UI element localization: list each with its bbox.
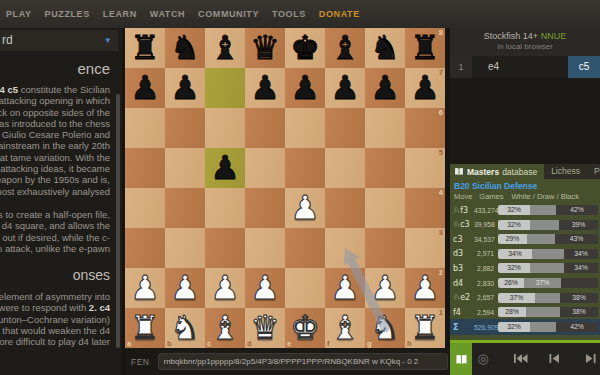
square-d2[interactable]: ♟ <box>245 268 285 308</box>
white-pawn-f2[interactable]: ♟ <box>325 268 365 308</box>
paragraph-2: seeks to create a half-open file,rtant d… <box>0 209 110 254</box>
explorer-move: ♘e2 <box>453 293 474 302</box>
opening-name[interactable]: B20 Sicilian Defense <box>450 179 600 192</box>
rank-label-4: 4 <box>439 188 443 197</box>
black-pawn-d7[interactable]: ♟ <box>245 68 285 108</box>
square-g3[interactable] <box>365 228 405 268</box>
explorer-move: d4 <box>453 279 474 288</box>
result-segment: 26% <box>498 278 524 288</box>
square-e6[interactable] <box>285 108 325 148</box>
paragraph-1: e4 c5 constitute the Sicilianer-attackin… <box>0 84 110 197</box>
file-label-a: a <box>127 339 131 348</box>
result-segment <box>530 322 556 332</box>
square-f6[interactable] <box>325 108 365 148</box>
file-label-c: c <box>207 339 211 348</box>
result-segment <box>561 278 598 288</box>
explorer-row-♘c3[interactable]: ♘c339,95832%39% <box>450 218 600 233</box>
square-b3[interactable] <box>165 228 205 268</box>
square-h3[interactable]: 3 <box>405 228 445 268</box>
result-bar: 37%38% <box>498 293 598 303</box>
square-f1[interactable]: ♝f <box>325 308 365 348</box>
square-b6[interactable] <box>165 108 205 148</box>
result-segment: 38% <box>560 307 598 317</box>
sidebar-scrollbar[interactable] <box>116 94 120 348</box>
square-e7[interactable]: ♟ <box>285 68 325 108</box>
rank-label-6: 6 <box>439 108 443 117</box>
explorer-tabs: Masters database Lichess Player <box>450 164 600 179</box>
previous-move-button[interactable] <box>549 353 560 364</box>
sidebar-text-line: from attack, unlike the e-pawn <box>0 243 110 254</box>
col-result: White / Draw / Black <box>512 192 580 201</box>
move-black-c5-current[interactable]: c5 <box>568 56 600 78</box>
square-h7[interactable]: ♟7 <box>405 68 445 108</box>
result-bar: 32%42% <box>498 205 598 215</box>
explorer-columns: MoveGamesWhite / Draw / Black <box>450 192 600 203</box>
sidebar-text-line: rtant d4 square, and allows the <box>0 220 110 231</box>
sidebar-text-line: it more difficult to play d4 later <box>0 336 110 347</box>
file-label-b: b <box>167 339 172 348</box>
result-segment: 32% <box>498 220 530 230</box>
explorer-total-row[interactable]: Σ526,90932%42% <box>450 319 600 335</box>
result-segment: 37% <box>524 278 561 288</box>
explorer-games: 2,882 <box>474 265 494 272</box>
square-f7[interactable]: ♟ <box>325 68 365 108</box>
explorer-move: ♘f3 <box>453 206 474 215</box>
top-nav: PLAY PUZZLES LEARN WATCH COMMUNITY TOOLS… <box>0 0 600 28</box>
white-bishop-f1[interactable]: ♝ <box>325 308 365 348</box>
file-label-e: e <box>287 339 291 348</box>
square-a1[interactable]: ♜a <box>125 308 165 348</box>
explorer-row-♘e2[interactable]: ♘e22,65737%38% <box>450 290 600 305</box>
square-d3[interactable] <box>245 228 285 268</box>
result-bar: 32%39% <box>498 220 598 230</box>
square-b4[interactable] <box>165 188 205 228</box>
square-d4[interactable] <box>245 188 285 228</box>
result-segment: 32% <box>498 263 530 273</box>
square-d7[interactable]: ♟ <box>245 68 285 108</box>
black-bishop-c8[interactable]: ♝ <box>205 28 245 68</box>
explorer-move: b3 <box>453 264 474 273</box>
rank-label-7: 7 <box>439 68 443 77</box>
nav-puzzles[interactable]: PUZZLES <box>45 9 90 19</box>
square-e2[interactable] <box>285 268 325 308</box>
sidebar-text-line: an element of asymmetry into <box>0 291 110 302</box>
result-segment <box>530 220 559 230</box>
square-c1[interactable]: ♝c <box>205 308 245 348</box>
square-b1[interactable]: ♞b <box>165 308 205 348</box>
black-rook-a8[interactable]: ♜ <box>125 28 165 68</box>
chess-board: ♜♞♝♛♚♝♞♜8♟♟♟♟♟♟♟76♟5♟43♟♟♟♟♟♟♟2♜a♞b♝c♛d♚… <box>125 28 445 348</box>
sidebar-text-line: seeks to create a half-open file, <box>0 209 110 220</box>
engine-header[interactable]: Stockfish 14+ NNUE in local browser <box>450 28 600 56</box>
square-g8[interactable]: ♞ <box>365 28 405 68</box>
rank-label-8: 8 <box>439 28 443 37</box>
opening-description: ence e4 c5 constitute the Sicilianer-att… <box>0 60 112 375</box>
explorer-toggle-button[interactable] <box>450 343 472 375</box>
col-move: Move <box>454 192 472 201</box>
square-b8[interactable]: ♞ <box>165 28 205 68</box>
black-pawn-f7[interactable]: ♟ <box>325 68 365 108</box>
black-pawn-b7[interactable]: ♟ <box>165 68 205 108</box>
explorer-move: d3 <box>453 249 474 258</box>
result-bar: 29%43% <box>498 234 598 244</box>
black-pawn-c5[interactable]: ♟ <box>205 148 245 188</box>
move-white-e4[interactable]: e4 <box>472 56 568 78</box>
sidebar-text-line: n was introduced to the chess <box>0 118 110 129</box>
sidebar-text-line: nture out if desired, while the c- <box>0 232 110 243</box>
nav-community[interactable]: COMMUNITY <box>198 9 259 19</box>
white-pawn-g2[interactable]: ♟ <box>365 268 405 308</box>
white-pawn-e4[interactable]: ♟ <box>285 188 325 228</box>
result-segment <box>532 249 564 259</box>
book-icon <box>454 167 464 176</box>
square-b5[interactable] <box>165 148 205 188</box>
file-label-d: d <box>247 339 252 348</box>
explorer-games: 433,274 <box>474 207 494 214</box>
result-segment <box>530 263 564 273</box>
tab-player[interactable]: Player <box>587 164 600 179</box>
result-segment: 34% <box>564 249 598 259</box>
white-pawn-b2[interactable]: ♟ <box>165 268 205 308</box>
sidebar-text-line: attacking ideas, it became <box>0 163 110 174</box>
square-a6[interactable] <box>125 108 165 148</box>
result-bar: 28%38% <box>498 307 598 317</box>
square-b7[interactable]: ♟ <box>165 68 205 108</box>
result-segment: 42% <box>556 322 598 332</box>
first-move-button[interactable] <box>514 353 528 364</box>
square-f8[interactable]: ♝ <box>325 28 365 68</box>
square-c7[interactable] <box>205 68 245 108</box>
opening-heading: ence <box>77 60 110 77</box>
explorer-games: 526,909 <box>474 324 494 331</box>
black-knight-b8[interactable]: ♞ <box>165 28 205 68</box>
sidebar-text-line: ttack on opposite sides of the <box>0 107 110 118</box>
sidebar-text-line: Staunton–Cochrane variation) <box>0 314 110 325</box>
square-c5[interactable]: ♟ <box>205 148 245 188</box>
square-c8[interactable]: ♝ <box>205 28 245 68</box>
black-king-e8[interactable]: ♚ <box>285 28 325 68</box>
square-g4[interactable] <box>365 188 405 228</box>
settings-icon[interactable]: ◎ <box>475 343 491 375</box>
square-a8[interactable]: ♜ <box>125 28 165 68</box>
square-h2[interactable]: ♟2 <box>405 268 445 308</box>
white-pawn-c2[interactable]: ♟ <box>205 268 245 308</box>
square-f3[interactable] <box>325 228 365 268</box>
explorer-row-♘f3[interactable]: ♘f3433,27432%42% <box>450 203 600 218</box>
square-e1[interactable]: ♚e <box>285 308 325 348</box>
white-pawn-a2[interactable]: ♟ <box>125 268 165 308</box>
square-g6[interactable] <box>365 108 405 148</box>
rank-label-1: 1 <box>439 308 443 317</box>
tab-database-label: database <box>502 167 537 177</box>
sidebar-text-line: ewhat tame variation. With the <box>0 152 110 163</box>
tab-masters-label: Masters <box>467 167 499 177</box>
square-g5[interactable] <box>365 148 405 188</box>
nav-watch[interactable]: WATCH <box>150 9 185 19</box>
square-f5[interactable] <box>325 148 365 188</box>
fen-bar: FEN <box>125 348 450 375</box>
file-label-h: h <box>407 339 412 348</box>
square-h4[interactable]: 4 <box>405 188 445 228</box>
result-segment: 39% <box>559 220 598 230</box>
sidebar-text-line: mainstream in the early 20th <box>0 140 110 151</box>
sidebar-text-line: the most exhaustively analysed <box>0 186 110 197</box>
fen-label: FEN <box>131 357 150 367</box>
engine-location: in local browser <box>450 42 600 51</box>
square-a5[interactable] <box>125 148 165 188</box>
nav-play[interactable]: PLAY <box>6 9 32 19</box>
result-bar: 32%42% <box>498 322 598 332</box>
result-segment: 43% <box>555 234 598 244</box>
result-segment: 34% <box>498 249 532 259</box>
square-c6[interactable] <box>205 108 245 148</box>
explorer-move: ♘c3 <box>453 220 474 229</box>
book-icon <box>455 354 468 365</box>
sidebar-text-line: er-attacking opening in which <box>0 95 110 106</box>
explorer-games: 2,594 <box>474 309 494 316</box>
nnue-badge: NNUE <box>541 31 567 41</box>
tab-masters-database[interactable]: Masters database <box>450 164 544 179</box>
tab-lichess[interactable]: Lichess <box>544 164 587 179</box>
result-segment <box>527 234 555 244</box>
square-h6[interactable]: 6 <box>405 108 445 148</box>
explorer-games: 2,971 <box>474 250 494 257</box>
result-segment: 42% <box>556 205 598 215</box>
result-segment: 34% <box>564 263 598 273</box>
next-move-button[interactable] <box>585 353 596 364</box>
opening-sidebar: rd ▾ ence e4 c5 constitute the Siciliane… <box>0 28 122 375</box>
fen-input[interactable] <box>158 353 449 370</box>
black-knight-g8[interactable]: ♞ <box>365 28 405 68</box>
black-pawn-a7[interactable]: ♟ <box>125 68 165 108</box>
sidebar-dropdown-label: rd <box>0 33 13 47</box>
analysis-panel: Stockfish 14+ NNUE in local browser 1 e4… <box>450 28 600 375</box>
square-g7[interactable]: ♟ <box>365 68 405 108</box>
result-segment: 28% <box>498 307 526 317</box>
result-segment <box>535 293 560 303</box>
explorer-games: 2,657 <box>474 294 494 301</box>
square-h5[interactable]: 5 <box>405 148 445 188</box>
square-e3[interactable] <box>285 228 325 268</box>
black-queen-d8[interactable]: ♛ <box>245 28 285 68</box>
square-e5[interactable] <box>285 148 325 188</box>
sidebar-text-line: ite were to respond with 2. c4 <box>0 302 110 313</box>
square-c2[interactable]: ♟ <box>205 268 245 308</box>
square-h8[interactable]: ♜8 <box>405 28 445 68</box>
explorer-row-b3[interactable]: b32,88232%34% <box>450 261 600 276</box>
explorer-row-d4[interactable]: d42,83026%37% <box>450 276 600 291</box>
sidebar-text-line: ove, that would weaken the d4 <box>0 325 110 336</box>
square-e8[interactable]: ♚ <box>285 28 325 68</box>
square-h1[interactable]: ♜1h <box>405 308 445 348</box>
rank-label-2: 2 <box>439 268 443 277</box>
rank-label-3: 3 <box>439 228 443 237</box>
square-c3[interactable] <box>205 228 245 268</box>
explorer-move: c3 <box>453 235 474 244</box>
result-segment: 29% <box>498 234 527 244</box>
engine-name: Stockfish 14+ NNUE <box>450 31 600 41</box>
file-label-f: f <box>327 339 330 348</box>
square-a4[interactable] <box>125 188 165 228</box>
square-f2[interactable]: ♟ <box>325 268 365 308</box>
move-number: 1 <box>450 56 472 78</box>
explorer-games: 39,958 <box>474 221 494 228</box>
square-d8[interactable]: ♛ <box>245 28 285 68</box>
rank-label-5: 5 <box>439 148 443 157</box>
explorer-games: 2,830 <box>474 280 494 287</box>
sidebar-text-line: d weapon by the 1950s and is, <box>0 174 110 185</box>
square-a2[interactable]: ♟ <box>125 268 165 308</box>
square-a3[interactable] <box>125 228 165 268</box>
result-bar: 34%34% <box>498 249 598 259</box>
sidebar-text-line: e4 c5 constitute the Sicilian <box>0 84 110 95</box>
black-pawn-e7[interactable]: ♟ <box>285 68 325 108</box>
move-list: 1 e4 c5 <box>450 56 600 78</box>
square-f4[interactable] <box>325 188 365 228</box>
white-pawn-d2[interactable]: ♟ <box>245 268 285 308</box>
paragraph-3: an element of asymmetry intoite were to … <box>0 291 110 347</box>
result-segment <box>530 205 556 215</box>
opening-explorer: Masters database Lichess Player B20 Sici… <box>450 164 600 343</box>
col-games: Games <box>479 192 503 201</box>
square-d6[interactable] <box>245 108 285 148</box>
sidebar-dropdown[interactable]: rd ▾ <box>0 30 118 51</box>
square-g2[interactable]: ♟ <box>365 268 405 308</box>
explorer-games: 34,537 <box>474 236 494 243</box>
result-segment: 32% <box>498 205 530 215</box>
explorer-row-c3[interactable]: c334,53729%43% <box>450 232 600 247</box>
file-label-g: g <box>367 339 372 348</box>
black-bishop-f8[interactable]: ♝ <box>325 28 365 68</box>
result-bar: 32%34% <box>498 263 598 273</box>
square-c4[interactable] <box>205 188 245 228</box>
square-d5[interactable] <box>245 148 285 188</box>
result-segment: 37% <box>498 293 535 303</box>
explorer-row-d3[interactable]: d32,97134%34% <box>450 247 600 262</box>
square-d1[interactable]: ♛d <box>245 308 285 348</box>
chevron-down-icon: ▾ <box>105 30 110 51</box>
sidebar-text-line: y Giulio Cesare Polerio and <box>0 129 110 140</box>
explorer-move: Σ <box>453 323 474 332</box>
result-bar: 26%37% <box>498 278 598 288</box>
explorer-move: f4 <box>453 308 474 317</box>
nav-donate[interactable]: DONATE <box>319 9 360 19</box>
square-b2[interactable]: ♟ <box>165 268 205 308</box>
square-a7[interactable]: ♟ <box>125 68 165 108</box>
explorer-row-f4[interactable]: f42,59428%38% <box>450 305 600 320</box>
bottom-toolbar: ◎ <box>450 343 600 375</box>
nav-tools[interactable]: TOOLS <box>272 9 306 19</box>
result-segment <box>526 307 560 317</box>
square-g1[interactable]: ♞g <box>365 308 405 348</box>
nav-learn[interactable]: LEARN <box>103 9 137 19</box>
result-segment: 32% <box>498 322 530 332</box>
responses-heading: onses <box>73 267 110 283</box>
result-segment: 38% <box>560 293 598 303</box>
square-e4[interactable]: ♟ <box>285 188 325 228</box>
black-pawn-g7[interactable]: ♟ <box>365 68 405 108</box>
explorer-rows: ♘f3433,27432%42%♘c339,95832%39%c334,5372… <box>450 203 600 335</box>
